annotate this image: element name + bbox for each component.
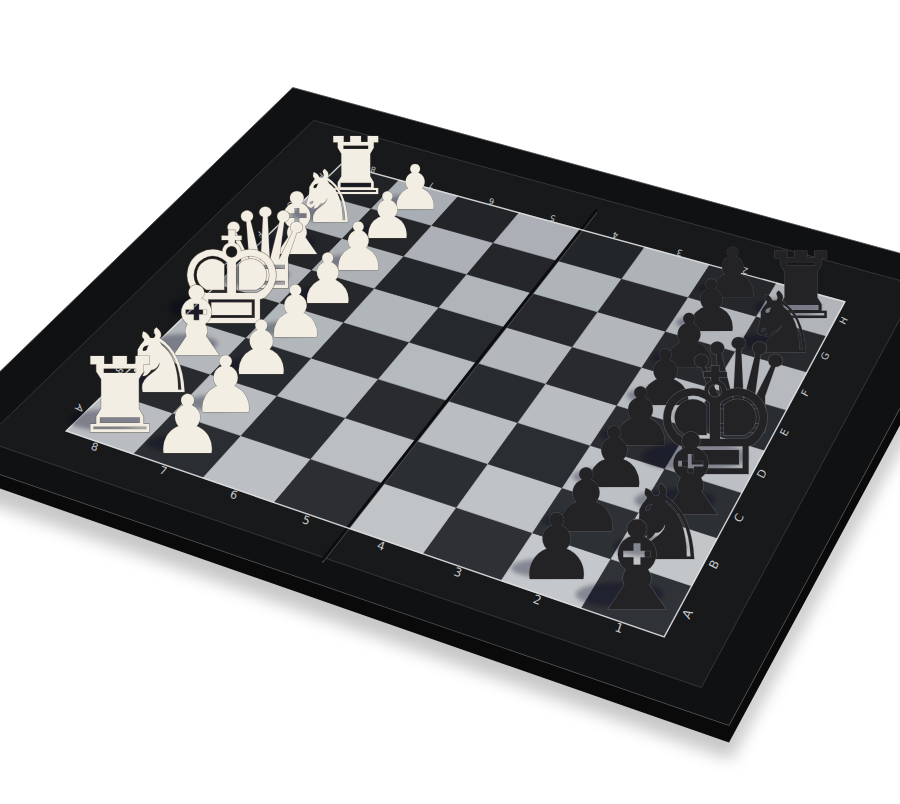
piece-black-bishop-a1: ♝ bbox=[582, 495, 692, 638]
piece-white-pawn-a7: ♟ bbox=[151, 378, 224, 472]
product-photo-chess-set: AA11BB22CC33DD44EE55FF66GG77HH88♜♟♞♟♝♟♛♟… bbox=[0, 0, 900, 804]
chessboard-svg: AA11BB22CC33DD44EE55FF66GG77HH88♜♟♞♟♝♟♛♟… bbox=[0, 0, 900, 804]
